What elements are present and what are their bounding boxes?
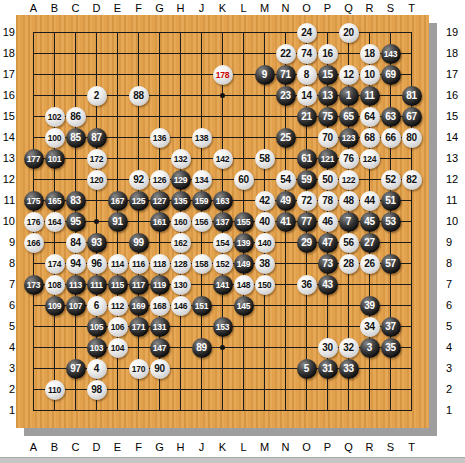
intersection[interactable]	[275, 337, 296, 358]
intersection[interactable]: 39	[359, 295, 380, 316]
intersection[interactable]: 70	[317, 127, 338, 148]
intersection[interactable]	[44, 43, 65, 64]
intersection[interactable]: 83	[65, 190, 86, 211]
intersection[interactable]	[212, 43, 233, 64]
intersection[interactable]	[212, 400, 233, 421]
intersection[interactable]	[107, 43, 128, 64]
intersection[interactable]: 46	[317, 211, 338, 232]
intersection[interactable]: 135	[170, 190, 191, 211]
intersection[interactable]	[149, 85, 170, 106]
intersection[interactable]: 40	[254, 211, 275, 232]
intersection[interactable]	[128, 22, 149, 43]
intersection[interactable]	[107, 148, 128, 169]
intersection[interactable]	[254, 337, 275, 358]
intersection[interactable]	[254, 295, 275, 316]
intersection[interactable]	[254, 379, 275, 400]
intersection[interactable]	[212, 379, 233, 400]
intersection[interactable]	[296, 316, 317, 337]
intersection[interactable]: 29	[296, 232, 317, 253]
intersection[interactable]	[380, 232, 401, 253]
intersection[interactable]	[107, 106, 128, 127]
intersection[interactable]	[191, 22, 212, 43]
intersection[interactable]: 137	[212, 211, 233, 232]
intersection[interactable]	[254, 400, 275, 421]
intersection[interactable]	[338, 274, 359, 295]
intersection[interactable]: 99	[128, 232, 149, 253]
intersection[interactable]	[338, 295, 359, 316]
intersection[interactable]: 148	[233, 274, 254, 295]
intersection[interactable]	[233, 64, 254, 85]
intersection[interactable]	[275, 232, 296, 253]
intersection[interactable]	[65, 43, 86, 64]
go-board[interactable]: 2420227416181431789718151210692882314131…	[16, 15, 429, 428]
intersection[interactable]	[359, 400, 380, 421]
intersection[interactable]	[65, 400, 86, 421]
intersection[interactable]: 119	[149, 274, 170, 295]
intersection[interactable]	[254, 358, 275, 379]
intersection[interactable]	[128, 379, 149, 400]
intersection[interactable]	[128, 148, 149, 169]
intersection[interactable]: 118	[149, 253, 170, 274]
intersection[interactable]: 53	[380, 211, 401, 232]
intersection[interactable]: 68	[359, 127, 380, 148]
intersection[interactable]	[401, 64, 422, 85]
intersection[interactable]	[107, 64, 128, 85]
intersection[interactable]	[128, 400, 149, 421]
intersection[interactable]	[191, 379, 212, 400]
intersection[interactable]	[380, 358, 401, 379]
intersection[interactable]	[191, 106, 212, 127]
intersection[interactable]: 121	[317, 148, 338, 169]
intersection[interactable]	[401, 148, 422, 169]
intersection[interactable]	[23, 43, 44, 64]
intersection[interactable]: 93	[86, 232, 107, 253]
intersection[interactable]: 107	[65, 295, 86, 316]
intersection[interactable]	[107, 379, 128, 400]
intersection[interactable]	[170, 43, 191, 64]
intersection[interactable]	[275, 274, 296, 295]
intersection[interactable]: 101	[44, 148, 65, 169]
intersection[interactable]: 23	[275, 85, 296, 106]
intersection[interactable]	[401, 22, 422, 43]
intersection[interactable]	[170, 64, 191, 85]
intersection[interactable]: 138	[191, 127, 212, 148]
intersection[interactable]	[128, 211, 149, 232]
intersection[interactable]: 132	[170, 148, 191, 169]
intersection[interactable]: 48	[338, 190, 359, 211]
intersection[interactable]	[317, 22, 338, 43]
intersection[interactable]	[401, 190, 422, 211]
intersection[interactable]: 111	[86, 274, 107, 295]
intersection[interactable]	[44, 337, 65, 358]
intersection[interactable]	[23, 22, 44, 43]
intersection[interactable]	[401, 337, 422, 358]
intersection[interactable]: 43	[317, 274, 338, 295]
intersection[interactable]	[275, 148, 296, 169]
intersection[interactable]: 162	[170, 232, 191, 253]
intersection[interactable]: 41	[275, 211, 296, 232]
intersection[interactable]: 97	[65, 358, 86, 379]
intersection[interactable]	[44, 358, 65, 379]
intersection[interactable]	[275, 106, 296, 127]
intersection[interactable]: 69	[380, 64, 401, 85]
intersection[interactable]: 114	[107, 253, 128, 274]
intersection[interactable]	[65, 379, 86, 400]
intersection[interactable]	[212, 22, 233, 43]
intersection[interactable]	[149, 232, 170, 253]
intersection[interactable]: 136	[149, 127, 170, 148]
intersection[interactable]: 166	[23, 232, 44, 253]
intersection[interactable]: 127	[149, 190, 170, 211]
intersection[interactable]	[254, 316, 275, 337]
intersection[interactable]	[212, 106, 233, 127]
intersection[interactable]: 58	[254, 148, 275, 169]
intersection[interactable]: 4	[86, 358, 107, 379]
intersection[interactable]: 129	[170, 169, 191, 190]
intersection[interactable]: 75	[317, 106, 338, 127]
intersection[interactable]: 174	[44, 253, 65, 274]
intersection[interactable]	[86, 400, 107, 421]
intersection[interactable]: 56	[338, 232, 359, 253]
intersection[interactable]	[275, 316, 296, 337]
intersection[interactable]	[23, 295, 44, 316]
intersection[interactable]	[191, 148, 212, 169]
intersection[interactable]: 147	[149, 337, 170, 358]
intersection[interactable]	[359, 274, 380, 295]
intersection[interactable]	[191, 232, 212, 253]
intersection[interactable]: 82	[401, 169, 422, 190]
intersection[interactable]: 117	[128, 274, 149, 295]
intersection[interactable]	[359, 169, 380, 190]
intersection[interactable]	[380, 295, 401, 316]
intersection[interactable]: 51	[380, 190, 401, 211]
intersection[interactable]: 177	[23, 148, 44, 169]
intersection[interactable]	[254, 85, 275, 106]
intersection[interactable]: 116	[128, 253, 149, 274]
intersection[interactable]: 163	[212, 190, 233, 211]
intersection[interactable]: 6	[86, 295, 107, 316]
intersection[interactable]: 112	[107, 295, 128, 316]
intersection[interactable]: 9	[254, 64, 275, 85]
intersection[interactable]	[128, 106, 149, 127]
intersection[interactable]: 24	[296, 22, 317, 43]
intersection[interactable]: 5	[296, 358, 317, 379]
intersection[interactable]: 94	[65, 253, 86, 274]
intersection[interactable]	[359, 358, 380, 379]
intersection[interactable]	[107, 400, 128, 421]
intersection[interactable]	[128, 127, 149, 148]
intersection[interactable]	[275, 22, 296, 43]
intersection[interactable]	[86, 190, 107, 211]
intersection[interactable]	[401, 43, 422, 64]
intersection[interactable]: 164	[44, 211, 65, 232]
intersection[interactable]	[275, 253, 296, 274]
intersection[interactable]	[107, 85, 128, 106]
intersection[interactable]	[149, 148, 170, 169]
intersection[interactable]: 134	[191, 169, 212, 190]
intersection[interactable]	[149, 400, 170, 421]
intersection[interactable]: 142	[212, 148, 233, 169]
intersection[interactable]: 37	[380, 316, 401, 337]
intersection[interactable]	[254, 169, 275, 190]
intersection[interactable]	[23, 253, 44, 274]
intersection[interactable]: 140	[254, 232, 275, 253]
intersection[interactable]	[191, 43, 212, 64]
intersection[interactable]	[233, 148, 254, 169]
intersection[interactable]	[23, 127, 44, 148]
intersection[interactable]	[254, 22, 275, 43]
intersection[interactable]	[380, 274, 401, 295]
intersection[interactable]: 131	[149, 316, 170, 337]
intersection[interactable]	[401, 211, 422, 232]
intersection[interactable]	[296, 337, 317, 358]
intersection[interactable]: 80	[401, 127, 422, 148]
intersection[interactable]: 15	[317, 64, 338, 85]
intersection[interactable]	[23, 64, 44, 85]
intersection[interactable]	[275, 400, 296, 421]
intersection[interactable]: 50	[317, 169, 338, 190]
intersection[interactable]: 102	[44, 106, 65, 127]
intersection[interactable]: 110	[44, 379, 65, 400]
intersection[interactable]	[65, 64, 86, 85]
intersection[interactable]	[380, 148, 401, 169]
intersection[interactable]	[275, 379, 296, 400]
intersection[interactable]	[44, 169, 65, 190]
intersection[interactable]: 57	[380, 253, 401, 274]
intersection[interactable]: 21	[296, 106, 317, 127]
intersection[interactable]	[359, 22, 380, 43]
intersection[interactable]: 154	[212, 232, 233, 253]
intersection[interactable]	[23, 106, 44, 127]
intersection[interactable]	[338, 400, 359, 421]
intersection[interactable]: 151	[191, 295, 212, 316]
intersection[interactable]: 161	[149, 211, 170, 232]
intersection[interactable]: 173	[23, 274, 44, 295]
intersection[interactable]	[65, 169, 86, 190]
intersection[interactable]: 77	[296, 211, 317, 232]
intersection[interactable]: 64	[359, 106, 380, 127]
intersection[interactable]	[317, 400, 338, 421]
intersection[interactable]: 3	[359, 337, 380, 358]
intersection[interactable]	[380, 22, 401, 43]
intersection[interactable]: 155	[233, 211, 254, 232]
intersection[interactable]: 7	[338, 211, 359, 232]
intersection[interactable]	[44, 400, 65, 421]
intersection[interactable]	[233, 379, 254, 400]
intersection[interactable]	[212, 127, 233, 148]
intersection[interactable]: 105	[86, 316, 107, 337]
intersection[interactable]	[233, 358, 254, 379]
intersection[interactable]: 67	[401, 106, 422, 127]
intersection[interactable]	[338, 43, 359, 64]
intersection[interactable]	[23, 316, 44, 337]
intersection[interactable]: 98	[86, 379, 107, 400]
intersection[interactable]: 149	[233, 253, 254, 274]
intersection[interactable]	[401, 379, 422, 400]
intersection[interactable]: 104	[107, 337, 128, 358]
intersection[interactable]	[233, 337, 254, 358]
intersection[interactable]	[212, 295, 233, 316]
intersection[interactable]	[380, 379, 401, 400]
intersection[interactable]: 122	[338, 169, 359, 190]
intersection[interactable]: 124	[359, 148, 380, 169]
intersection[interactable]	[149, 43, 170, 64]
intersection[interactable]	[44, 316, 65, 337]
intersection[interactable]	[338, 316, 359, 337]
intersection[interactable]: 25	[275, 127, 296, 148]
intersection[interactable]: 73	[317, 253, 338, 274]
intersection[interactable]: 27	[359, 232, 380, 253]
intersection[interactable]	[359, 379, 380, 400]
intersection[interactable]	[23, 358, 44, 379]
intersection[interactable]	[401, 295, 422, 316]
intersection[interactable]	[44, 64, 65, 85]
intersection[interactable]: 106	[107, 316, 128, 337]
intersection[interactable]	[23, 85, 44, 106]
intersection[interactable]: 38	[254, 253, 275, 274]
intersection[interactable]	[296, 253, 317, 274]
intersection[interactable]	[65, 316, 86, 337]
intersection[interactable]: 160	[170, 211, 191, 232]
intersection[interactable]: 86	[65, 106, 86, 127]
intersection[interactable]: 11	[359, 85, 380, 106]
intersection[interactable]: 141	[212, 274, 233, 295]
intersection[interactable]	[233, 85, 254, 106]
intersection[interactable]	[212, 85, 233, 106]
intersection[interactable]	[149, 379, 170, 400]
intersection[interactable]	[86, 43, 107, 64]
intersection[interactable]	[107, 232, 128, 253]
intersection[interactable]	[107, 127, 128, 148]
intersection[interactable]	[170, 85, 191, 106]
intersection[interactable]: 34	[359, 316, 380, 337]
intersection[interactable]	[23, 169, 44, 190]
intersection[interactable]: 8	[296, 64, 317, 85]
intersection[interactable]	[191, 274, 212, 295]
intersection[interactable]	[107, 358, 128, 379]
intersection[interactable]	[128, 64, 149, 85]
intersection[interactable]	[170, 22, 191, 43]
intersection[interactable]	[128, 337, 149, 358]
intersection[interactable]: 89	[191, 337, 212, 358]
intersection[interactable]	[23, 379, 44, 400]
intersection[interactable]: 32	[338, 337, 359, 358]
intersection[interactable]: 45	[359, 211, 380, 232]
intersection[interactable]: 146	[170, 295, 191, 316]
intersection[interactable]	[338, 379, 359, 400]
intersection[interactable]: 176	[23, 211, 44, 232]
intersection[interactable]	[44, 85, 65, 106]
intersection[interactable]	[233, 22, 254, 43]
intersection[interactable]: 123	[338, 127, 359, 148]
intersection[interactable]: 91	[107, 211, 128, 232]
intersection[interactable]: 92	[128, 169, 149, 190]
intersection[interactable]: 2	[86, 85, 107, 106]
intersection[interactable]	[23, 400, 44, 421]
intersection[interactable]: 76	[338, 148, 359, 169]
intersection[interactable]	[170, 106, 191, 127]
intersection[interactable]	[233, 127, 254, 148]
intersection[interactable]	[317, 379, 338, 400]
intersection[interactable]	[233, 190, 254, 211]
intersection[interactable]: 78	[317, 190, 338, 211]
intersection[interactable]: 65	[338, 106, 359, 127]
intersection[interactable]: 120	[86, 169, 107, 190]
intersection[interactable]: 16	[317, 43, 338, 64]
intersection[interactable]	[170, 337, 191, 358]
intersection[interactable]: 165	[44, 190, 65, 211]
intersection[interactable]	[107, 22, 128, 43]
intersection[interactable]	[401, 400, 422, 421]
intersection[interactable]: 153	[212, 316, 233, 337]
intersection[interactable]	[401, 358, 422, 379]
intersection[interactable]: 35	[380, 337, 401, 358]
intersection[interactable]	[191, 64, 212, 85]
intersection[interactable]: 12	[338, 64, 359, 85]
intersection[interactable]: 74	[296, 43, 317, 64]
intersection[interactable]: 20	[338, 22, 359, 43]
intersection[interactable]	[296, 400, 317, 421]
intersection[interactable]	[86, 64, 107, 85]
intersection[interactable]	[44, 232, 65, 253]
intersection[interactable]: 168	[149, 295, 170, 316]
intersection[interactable]: 156	[191, 211, 212, 232]
intersection[interactable]	[149, 22, 170, 43]
intersection[interactable]: 47	[317, 232, 338, 253]
intersection[interactable]: 143	[380, 43, 401, 64]
intersection[interactable]	[317, 295, 338, 316]
intersection[interactable]	[65, 22, 86, 43]
intersection[interactable]	[191, 400, 212, 421]
intersection[interactable]: 31	[317, 358, 338, 379]
intersection[interactable]: 18	[359, 43, 380, 64]
intersection[interactable]	[128, 43, 149, 64]
intersection[interactable]: 100	[44, 127, 65, 148]
intersection[interactable]: 125	[128, 190, 149, 211]
intersection[interactable]: 152	[212, 253, 233, 274]
intersection[interactable]: 150	[254, 274, 275, 295]
intersection[interactable]: 63	[380, 106, 401, 127]
intersection[interactable]	[170, 316, 191, 337]
intersection[interactable]: 103	[86, 337, 107, 358]
intersection[interactable]: 87	[86, 127, 107, 148]
intersection[interactable]	[65, 148, 86, 169]
intersection[interactable]: 95	[65, 211, 86, 232]
intersection[interactable]: 10	[359, 64, 380, 85]
intersection[interactable]: 158	[191, 253, 212, 274]
intersection[interactable]	[296, 295, 317, 316]
intersection[interactable]	[296, 127, 317, 148]
intersection[interactable]: 61	[296, 148, 317, 169]
intersection[interactable]: 33	[338, 358, 359, 379]
intersection[interactable]: 169	[128, 295, 149, 316]
intersection[interactable]	[107, 169, 128, 190]
intersection[interactable]	[191, 316, 212, 337]
intersection[interactable]: 167	[107, 190, 128, 211]
intersection[interactable]: 96	[86, 253, 107, 274]
intersection[interactable]: 175	[23, 190, 44, 211]
intersection[interactable]	[65, 337, 86, 358]
intersection[interactable]	[212, 337, 233, 358]
intersection[interactable]: 126	[149, 169, 170, 190]
intersection[interactable]: 108	[44, 274, 65, 295]
intersection[interactable]: 84	[65, 232, 86, 253]
intersection[interactable]: 49	[275, 190, 296, 211]
intersection[interactable]	[275, 358, 296, 379]
intersection[interactable]: 60	[233, 169, 254, 190]
intersection[interactable]: 109	[44, 295, 65, 316]
intersection[interactable]	[401, 232, 422, 253]
